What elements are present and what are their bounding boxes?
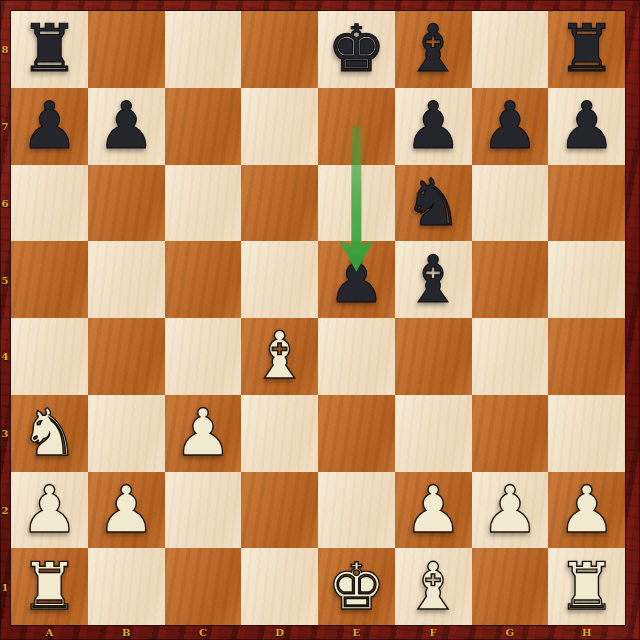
square-d7[interactable] xyxy=(241,88,318,165)
chess-app: ♜♚♝♜♟♟♟♟♟♞♟♝♝♞♟♟♟♟♟♟♜♚♝♜ 87654321ABCDEFG… xyxy=(0,0,640,640)
piece-white-king[interactable]: ♚ xyxy=(327,549,385,625)
chess-board: ♜♚♝♜♟♟♟♟♟♞♟♝♝♞♟♟♟♟♟♟♜♚♝♜ xyxy=(11,11,625,625)
file-label-C: C xyxy=(199,627,207,638)
square-b8[interactable] xyxy=(88,11,165,88)
square-a6[interactable] xyxy=(11,165,88,242)
square-a5[interactable] xyxy=(11,241,88,318)
piece-white-pawn[interactable]: ♟ xyxy=(20,472,78,548)
piece-black-pawn[interactable]: ♟ xyxy=(404,88,462,164)
square-h4[interactable] xyxy=(548,318,625,395)
square-f3[interactable] xyxy=(395,395,472,472)
square-h6[interactable] xyxy=(548,165,625,242)
square-c8[interactable] xyxy=(165,11,242,88)
piece-black-pawn[interactable]: ♟ xyxy=(97,88,155,164)
square-f5[interactable]: ♝ xyxy=(395,241,472,318)
file-label-H: H xyxy=(582,627,591,638)
square-g6[interactable] xyxy=(472,165,549,242)
square-f8[interactable]: ♝ xyxy=(395,11,472,88)
square-d3[interactable] xyxy=(241,395,318,472)
square-g3[interactable] xyxy=(472,395,549,472)
square-c1[interactable] xyxy=(165,548,242,625)
square-a1[interactable]: ♜ xyxy=(11,548,88,625)
square-a3[interactable]: ♞ xyxy=(11,395,88,472)
square-h8[interactable]: ♜ xyxy=(548,11,625,88)
square-c7[interactable] xyxy=(165,88,242,165)
piece-white-pawn[interactable]: ♟ xyxy=(481,472,539,548)
piece-white-rook[interactable]: ♜ xyxy=(20,549,78,625)
square-e6[interactable] xyxy=(318,165,395,242)
piece-black-pawn[interactable]: ♟ xyxy=(20,88,78,164)
square-b3[interactable] xyxy=(88,395,165,472)
square-b4[interactable] xyxy=(88,318,165,395)
piece-black-knight[interactable]: ♞ xyxy=(404,165,462,241)
square-g2[interactable]: ♟ xyxy=(472,472,549,549)
square-c5[interactable] xyxy=(165,241,242,318)
piece-black-king[interactable]: ♚ xyxy=(327,11,385,87)
square-b1[interactable] xyxy=(88,548,165,625)
piece-white-pawn[interactable]: ♟ xyxy=(174,395,232,471)
square-e5[interactable]: ♟ xyxy=(318,241,395,318)
square-h7[interactable]: ♟ xyxy=(548,88,625,165)
square-g8[interactable] xyxy=(472,11,549,88)
square-c3[interactable]: ♟ xyxy=(165,395,242,472)
square-b2[interactable]: ♟ xyxy=(88,472,165,549)
square-a7[interactable]: ♟ xyxy=(11,88,88,165)
piece-white-bishop[interactable]: ♝ xyxy=(404,549,462,625)
square-a2[interactable]: ♟ xyxy=(11,472,88,549)
square-a8[interactable]: ♜ xyxy=(11,11,88,88)
rank-label-2: 2 xyxy=(2,504,9,515)
square-b6[interactable] xyxy=(88,165,165,242)
square-d1[interactable] xyxy=(241,548,318,625)
square-h5[interactable] xyxy=(548,241,625,318)
square-g5[interactable] xyxy=(472,241,549,318)
square-a4[interactable] xyxy=(11,318,88,395)
square-f1[interactable]: ♝ xyxy=(395,548,472,625)
file-label-E: E xyxy=(353,627,361,638)
piece-black-bishop[interactable]: ♝ xyxy=(404,11,462,87)
file-label-G: G xyxy=(506,627,515,638)
file-label-F: F xyxy=(430,627,437,638)
rank-label-6: 6 xyxy=(2,197,9,208)
piece-black-pawn[interactable]: ♟ xyxy=(481,88,539,164)
square-b7[interactable]: ♟ xyxy=(88,88,165,165)
piece-white-rook[interactable]: ♜ xyxy=(557,549,615,625)
square-c4[interactable] xyxy=(165,318,242,395)
square-h1[interactable]: ♜ xyxy=(548,548,625,625)
square-e8[interactable]: ♚ xyxy=(318,11,395,88)
piece-black-pawn[interactable]: ♟ xyxy=(557,88,615,164)
square-d6[interactable] xyxy=(241,165,318,242)
rank-label-7: 7 xyxy=(2,121,9,132)
rank-label-1: 1 xyxy=(2,581,9,592)
square-e4[interactable] xyxy=(318,318,395,395)
rank-label-5: 5 xyxy=(2,274,9,285)
square-e3[interactable] xyxy=(318,395,395,472)
square-h2[interactable]: ♟ xyxy=(548,472,625,549)
rank-label-8: 8 xyxy=(2,44,9,55)
file-label-A: A xyxy=(45,627,53,638)
square-f6[interactable]: ♞ xyxy=(395,165,472,242)
square-g7[interactable]: ♟ xyxy=(472,88,549,165)
square-f2[interactable]: ♟ xyxy=(395,472,472,549)
file-label-D: D xyxy=(275,627,284,638)
file-label-B: B xyxy=(122,627,130,638)
square-f7[interactable]: ♟ xyxy=(395,88,472,165)
piece-black-rook[interactable]: ♜ xyxy=(20,11,78,87)
square-d8[interactable] xyxy=(241,11,318,88)
piece-white-knight[interactable]: ♞ xyxy=(20,395,78,471)
square-e2[interactable] xyxy=(318,472,395,549)
square-f4[interactable] xyxy=(395,318,472,395)
square-e7[interactable] xyxy=(318,88,395,165)
piece-black-bishop[interactable]: ♝ xyxy=(404,242,462,318)
square-b5[interactable] xyxy=(88,241,165,318)
rank-label-4: 4 xyxy=(2,351,9,362)
square-c2[interactable] xyxy=(165,472,242,549)
piece-white-pawn[interactable]: ♟ xyxy=(404,472,462,548)
square-d5[interactable] xyxy=(241,241,318,318)
square-d2[interactable] xyxy=(241,472,318,549)
piece-black-pawn[interactable]: ♟ xyxy=(327,242,385,318)
square-g1[interactable] xyxy=(472,548,549,625)
square-d4[interactable]: ♝ xyxy=(241,318,318,395)
piece-white-pawn[interactable]: ♟ xyxy=(557,472,615,548)
square-g4[interactable] xyxy=(472,318,549,395)
piece-white-bishop[interactable]: ♝ xyxy=(250,318,308,394)
rank-label-3: 3 xyxy=(2,428,9,439)
piece-black-rook[interactable]: ♜ xyxy=(557,11,615,87)
square-h3[interactable] xyxy=(548,395,625,472)
square-c6[interactable] xyxy=(165,165,242,242)
piece-white-pawn[interactable]: ♟ xyxy=(97,472,155,548)
square-e1[interactable]: ♚ xyxy=(318,548,395,625)
